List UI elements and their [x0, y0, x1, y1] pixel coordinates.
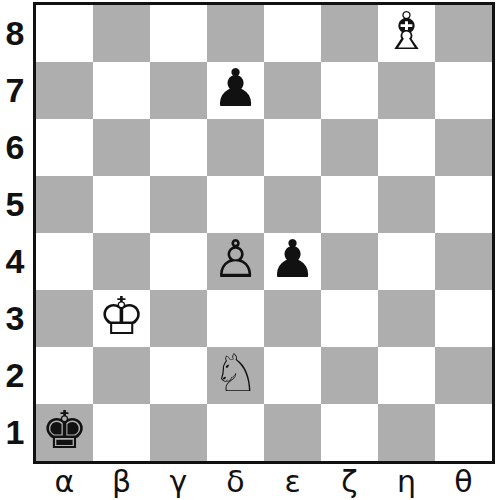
- white-pawn: ♙: [212, 233, 259, 288]
- rank-label-6: 6: [0, 119, 30, 176]
- square-b7[interactable]: [93, 62, 150, 119]
- square-f1[interactable]: [321, 404, 378, 461]
- file-label-g: η: [378, 463, 435, 499]
- rank-label-8: 8: [0, 5, 30, 62]
- square-c5[interactable]: [150, 176, 207, 233]
- square-e2[interactable]: [264, 347, 321, 404]
- file-label-c: γ: [150, 463, 207, 499]
- file-label-h: θ: [435, 463, 492, 499]
- square-h4[interactable]: [435, 233, 492, 290]
- file-label-e: ε: [264, 463, 321, 499]
- black-pawn: ♟: [269, 233, 316, 288]
- square-e1[interactable]: [264, 404, 321, 461]
- square-a2[interactable]: [36, 347, 93, 404]
- square-g4[interactable]: [378, 233, 435, 290]
- chessboard: ♗♟♙♟♔♘♚: [33, 2, 495, 464]
- square-e8[interactable]: [264, 5, 321, 62]
- square-a3[interactable]: [36, 290, 93, 347]
- square-g6[interactable]: [378, 119, 435, 176]
- square-h2[interactable]: [435, 347, 492, 404]
- square-d2[interactable]: ♘: [207, 347, 264, 404]
- square-f7[interactable]: [321, 62, 378, 119]
- square-g8[interactable]: ♗: [378, 5, 435, 62]
- rank-label-3: 3: [0, 290, 30, 347]
- square-b6[interactable]: [93, 119, 150, 176]
- square-h1[interactable]: [435, 404, 492, 461]
- square-e3[interactable]: [264, 290, 321, 347]
- square-c4[interactable]: [150, 233, 207, 290]
- square-f8[interactable]: [321, 5, 378, 62]
- square-b5[interactable]: [93, 176, 150, 233]
- square-e6[interactable]: [264, 119, 321, 176]
- square-g3[interactable]: [378, 290, 435, 347]
- square-f5[interactable]: [321, 176, 378, 233]
- square-g2[interactable]: [378, 347, 435, 404]
- square-a1[interactable]: ♚: [36, 404, 93, 461]
- rank-label-1: 1: [0, 404, 30, 461]
- square-d1[interactable]: [207, 404, 264, 461]
- square-h3[interactable]: [435, 290, 492, 347]
- square-d7[interactable]: ♟: [207, 62, 264, 119]
- square-b3[interactable]: ♔: [93, 290, 150, 347]
- square-c3[interactable]: [150, 290, 207, 347]
- square-g1[interactable]: [378, 404, 435, 461]
- rank-label-2: 2: [0, 347, 30, 404]
- square-a5[interactable]: [36, 176, 93, 233]
- square-g7[interactable]: [378, 62, 435, 119]
- square-d5[interactable]: [207, 176, 264, 233]
- square-f6[interactable]: [321, 119, 378, 176]
- square-c7[interactable]: [150, 62, 207, 119]
- square-g5[interactable]: [378, 176, 435, 233]
- file-label-d: δ: [207, 463, 264, 499]
- black-king: ♚: [41, 404, 88, 459]
- white-king: ♔: [98, 290, 145, 345]
- square-e5[interactable]: [264, 176, 321, 233]
- chess-diagram: 87654321 ♗♟♙♟♔♘♚ αβγδεζηθ: [0, 0, 500, 500]
- square-f4[interactable]: [321, 233, 378, 290]
- square-a8[interactable]: [36, 5, 93, 62]
- rank-label-7: 7: [0, 62, 30, 119]
- square-f3[interactable]: [321, 290, 378, 347]
- rank-labels: 87654321: [0, 5, 30, 461]
- square-b2[interactable]: [93, 347, 150, 404]
- square-e4[interactable]: ♟: [264, 233, 321, 290]
- black-pawn: ♟: [212, 62, 259, 117]
- square-d8[interactable]: [207, 5, 264, 62]
- square-h6[interactable]: [435, 119, 492, 176]
- square-c8[interactable]: [150, 5, 207, 62]
- square-h5[interactable]: [435, 176, 492, 233]
- square-d3[interactable]: [207, 290, 264, 347]
- square-c6[interactable]: [150, 119, 207, 176]
- square-a7[interactable]: [36, 62, 93, 119]
- square-h7[interactable]: [435, 62, 492, 119]
- file-labels: αβγδεζηθ: [36, 463, 492, 499]
- square-c1[interactable]: [150, 404, 207, 461]
- square-h8[interactable]: [435, 5, 492, 62]
- square-f2[interactable]: [321, 347, 378, 404]
- square-c2[interactable]: [150, 347, 207, 404]
- square-a4[interactable]: [36, 233, 93, 290]
- square-e7[interactable]: [264, 62, 321, 119]
- square-b4[interactable]: [93, 233, 150, 290]
- square-b8[interactable]: [93, 5, 150, 62]
- square-d6[interactable]: [207, 119, 264, 176]
- white-bishop: ♗: [383, 5, 430, 60]
- file-label-f: ζ: [321, 463, 378, 499]
- rank-label-4: 4: [0, 233, 30, 290]
- square-a6[interactable]: [36, 119, 93, 176]
- square-b1[interactable]: [93, 404, 150, 461]
- square-d4[interactable]: ♙: [207, 233, 264, 290]
- rank-label-5: 5: [0, 176, 30, 233]
- file-label-b: β: [93, 463, 150, 499]
- white-knight: ♘: [212, 347, 259, 402]
- file-label-a: α: [36, 463, 93, 499]
